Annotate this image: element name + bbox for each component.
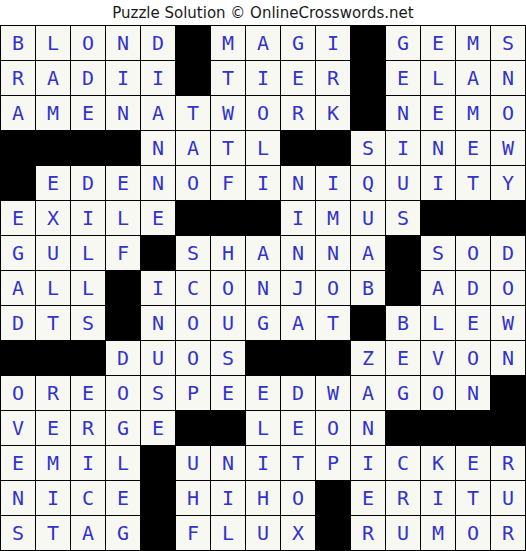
cell-r5c5: N — [141, 166, 175, 200]
cell-r9c14: E — [456, 306, 490, 340]
black-cell-r1c6 — [176, 26, 210, 60]
cell-r8c2: L — [36, 271, 70, 305]
cell-r1c7: M — [211, 26, 245, 60]
cell-r7c13: S — [421, 236, 455, 270]
black-cell-r7c5 — [141, 236, 175, 270]
cell-r10c12: E — [386, 341, 420, 375]
cell-r5c11: Q — [351, 166, 385, 200]
cell-r9c13: L — [421, 306, 455, 340]
cell-r6c10: M — [316, 201, 350, 235]
cell-r14c1: N — [1, 481, 35, 515]
cell-r5c2: E — [36, 166, 70, 200]
cell-r9c2: T — [36, 306, 70, 340]
cell-r13c4: L — [106, 446, 140, 480]
cell-r4c14: E — [456, 131, 490, 165]
cell-r8c11: B — [351, 271, 385, 305]
cell-r9c15: W — [491, 306, 525, 340]
black-cell-r12c7 — [211, 411, 245, 445]
cell-r2c8: I — [246, 61, 280, 95]
cell-r11c8: E — [246, 376, 280, 410]
cell-r11c10: W — [316, 376, 350, 410]
cell-r15c3: A — [71, 516, 105, 550]
cell-r5c10: I — [316, 166, 350, 200]
black-cell-r12c14 — [456, 411, 490, 445]
black-cell-r8c4 — [106, 271, 140, 305]
cell-r7c8: A — [246, 236, 280, 270]
cell-r10c4: D — [106, 341, 140, 375]
cell-r13c11: I — [351, 446, 385, 480]
cell-r13c8: I — [246, 446, 280, 480]
cell-r1c3: O — [71, 26, 105, 60]
cell-r13c9: T — [281, 446, 315, 480]
cell-r12c3: R — [71, 411, 105, 445]
cell-r10c14: O — [456, 341, 490, 375]
cell-r14c7: I — [211, 481, 245, 515]
black-cell-r4c2 — [36, 131, 70, 165]
cell-r4c11: S — [351, 131, 385, 165]
black-cell-r10c10 — [316, 341, 350, 375]
cell-r14c4: E — [106, 481, 140, 515]
cell-r13c13: K — [421, 446, 455, 480]
cell-r12c10: O — [316, 411, 350, 445]
cell-r8c10: O — [316, 271, 350, 305]
black-cell-r7c12 — [386, 236, 420, 270]
black-cell-r14c5 — [141, 481, 175, 515]
cell-r7c4: F — [106, 236, 140, 270]
cell-r11c2: R — [36, 376, 70, 410]
cell-r2c7: T — [211, 61, 245, 95]
cell-r3c13: E — [421, 96, 455, 130]
cell-r7c11: A — [351, 236, 385, 270]
black-cell-r9c11 — [351, 306, 385, 340]
black-cell-r4c9 — [281, 131, 315, 165]
cell-r10c11: Z — [351, 341, 385, 375]
cell-r7c2: U — [36, 236, 70, 270]
cell-r4c7: T — [211, 131, 245, 165]
cell-r10c6: O — [176, 341, 210, 375]
cell-r12c8: L — [246, 411, 280, 445]
cell-r11c13: O — [421, 376, 455, 410]
cell-r8c1: A — [1, 271, 35, 305]
cell-r5c3: D — [71, 166, 105, 200]
cell-r15c4: G — [106, 516, 140, 550]
black-cell-r2c6 — [176, 61, 210, 95]
black-cell-r10c3 — [71, 341, 105, 375]
cell-r6c2: X — [36, 201, 70, 235]
black-cell-r10c9 — [281, 341, 315, 375]
cell-r2c9: E — [281, 61, 315, 95]
cell-r5c13: I — [421, 166, 455, 200]
black-cell-r15c5 — [141, 516, 175, 550]
black-cell-r11c15 — [491, 376, 525, 410]
cell-r3c12: N — [386, 96, 420, 130]
cell-r2c13: L — [421, 61, 455, 95]
cell-r11c4: O — [106, 376, 140, 410]
cell-r1c12: G — [386, 26, 420, 60]
cell-r5c4: E — [106, 166, 140, 200]
cell-r7c6: S — [176, 236, 210, 270]
cell-r15c2: T — [36, 516, 70, 550]
cell-r12c2: E — [36, 411, 70, 445]
cell-r9c10: T — [316, 306, 350, 340]
black-cell-r12c13 — [421, 411, 455, 445]
cell-r14c13: I — [421, 481, 455, 515]
cell-r4c15: W — [491, 131, 525, 165]
cell-r11c5: S — [141, 376, 175, 410]
cell-r14c14: T — [456, 481, 490, 515]
cell-r1c1: B — [1, 26, 35, 60]
cell-r8c9: J — [281, 271, 315, 305]
cell-r9c1: D — [1, 306, 35, 340]
cell-r6c1: E — [1, 201, 35, 235]
black-cell-r12c12 — [386, 411, 420, 445]
cell-r3c6: T — [176, 96, 210, 130]
cell-r15c6: F — [176, 516, 210, 550]
cell-r2c5: I — [141, 61, 175, 95]
cell-r1c2: L — [36, 26, 70, 60]
cell-r1c10: I — [316, 26, 350, 60]
cell-r10c7: S — [211, 341, 245, 375]
black-cell-r6c6 — [176, 201, 210, 235]
cell-r4c13: N — [421, 131, 455, 165]
cell-r8c8: N — [246, 271, 280, 305]
cell-r9c8: G — [246, 306, 280, 340]
cell-r15c15: R — [491, 516, 525, 550]
cell-r2c14: A — [456, 61, 490, 95]
cell-r13c7: N — [211, 446, 245, 480]
cell-r9c7: U — [211, 306, 245, 340]
cell-r14c12: R — [386, 481, 420, 515]
cell-r4c6: A — [176, 131, 210, 165]
cell-r6c3: I — [71, 201, 105, 235]
cell-r14c8: H — [246, 481, 280, 515]
cell-r3c10: K — [316, 96, 350, 130]
crossword-grid: BLONDMAGIGEMSRADIITIERELANAMENATWORKNEMO… — [0, 25, 526, 551]
cell-r6c11: U — [351, 201, 385, 235]
cell-r6c5: E — [141, 201, 175, 235]
cell-r15c9: X — [281, 516, 315, 550]
cell-r14c9: O — [281, 481, 315, 515]
cell-r12c1: V — [1, 411, 35, 445]
black-cell-r1c11 — [351, 26, 385, 60]
cell-r12c5: E — [141, 411, 175, 445]
black-cell-r6c14 — [456, 201, 490, 235]
black-cell-r6c8 — [246, 201, 280, 235]
cell-r11c7: E — [211, 376, 245, 410]
cell-r9c5: N — [141, 306, 175, 340]
cell-r14c6: H — [176, 481, 210, 515]
cell-r1c8: A — [246, 26, 280, 60]
black-cell-r6c7 — [211, 201, 245, 235]
cell-r14c11: E — [351, 481, 385, 515]
black-cell-r4c10 — [316, 131, 350, 165]
cell-r14c2: I — [36, 481, 70, 515]
cell-r1c4: N — [106, 26, 140, 60]
cell-r10c5: U — [141, 341, 175, 375]
cell-r15c7: L — [211, 516, 245, 550]
black-cell-r6c15 — [491, 201, 525, 235]
black-cell-r10c2 — [36, 341, 70, 375]
black-cell-r4c1 — [1, 131, 35, 165]
cell-r11c3: E — [71, 376, 105, 410]
cell-r13c1: E — [1, 446, 35, 480]
cell-r15c12: U — [386, 516, 420, 550]
cell-r8c5: I — [141, 271, 175, 305]
cell-r12c11: N — [351, 411, 385, 445]
black-cell-r15c10 — [316, 516, 350, 550]
black-cell-r10c8 — [246, 341, 280, 375]
cell-r14c15: U — [491, 481, 525, 515]
black-cell-r12c6 — [176, 411, 210, 445]
cell-r11c6: P — [176, 376, 210, 410]
page-title: Puzzle Solution © OnlineCrosswords.net — [112, 4, 413, 22]
cell-r3c3: E — [71, 96, 105, 130]
cell-r10c13: V — [421, 341, 455, 375]
cell-r9c6: O — [176, 306, 210, 340]
cell-r11c12: G — [386, 376, 420, 410]
cell-r7c14: O — [456, 236, 490, 270]
cell-r13c15: R — [491, 446, 525, 480]
cell-r11c1: O — [1, 376, 35, 410]
cell-r2c10: R — [316, 61, 350, 95]
cell-r2c4: I — [106, 61, 140, 95]
cell-r13c10: P — [316, 446, 350, 480]
black-cell-r4c3 — [71, 131, 105, 165]
cell-r13c12: C — [386, 446, 420, 480]
cell-r15c14: O — [456, 516, 490, 550]
cell-r15c13: M — [421, 516, 455, 550]
cell-r7c10: N — [316, 236, 350, 270]
cell-r13c14: E — [456, 446, 490, 480]
black-cell-r9c4 — [106, 306, 140, 340]
cell-r11c14: N — [456, 376, 490, 410]
cell-r7c1: G — [1, 236, 35, 270]
cell-r5c9: N — [281, 166, 315, 200]
cell-r7c7: H — [211, 236, 245, 270]
cell-r8c13: A — [421, 271, 455, 305]
cell-r8c6: C — [176, 271, 210, 305]
title-bar: Puzzle Solution © OnlineCrosswords.net — [0, 0, 526, 25]
cell-r3c8: O — [246, 96, 280, 130]
cell-r15c11: R — [351, 516, 385, 550]
cell-r14c3: C — [71, 481, 105, 515]
cell-r1c15: S — [491, 26, 525, 60]
cell-r9c3: S — [71, 306, 105, 340]
cell-r2c3: D — [71, 61, 105, 95]
cell-r15c8: U — [246, 516, 280, 550]
black-cell-r10c1 — [1, 341, 35, 375]
cell-r11c9: D — [281, 376, 315, 410]
cell-r1c13: E — [421, 26, 455, 60]
black-cell-r4c4 — [106, 131, 140, 165]
cell-r5c7: F — [211, 166, 245, 200]
cell-r6c4: L — [106, 201, 140, 235]
cell-r5c14: T — [456, 166, 490, 200]
cell-r2c1: R — [1, 61, 35, 95]
cell-r8c15: O — [491, 271, 525, 305]
cell-r8c3: L — [71, 271, 105, 305]
cell-r1c14: M — [456, 26, 490, 60]
cell-r2c2: A — [36, 61, 70, 95]
cell-r5c6: O — [176, 166, 210, 200]
black-cell-r2c11 — [351, 61, 385, 95]
black-cell-r12c15 — [491, 411, 525, 445]
cell-r6c9: I — [281, 201, 315, 235]
cell-r7c15: D — [491, 236, 525, 270]
cell-r5c15: Y — [491, 166, 525, 200]
cell-r9c9: A — [281, 306, 315, 340]
cell-r3c2: M — [36, 96, 70, 130]
cell-r3c7: W — [211, 96, 245, 130]
cell-r2c15: N — [491, 61, 525, 95]
cell-r3c1: A — [1, 96, 35, 130]
cell-r4c8: L — [246, 131, 280, 165]
black-cell-r8c12 — [386, 271, 420, 305]
cell-r5c8: I — [246, 166, 280, 200]
black-cell-r14c10 — [316, 481, 350, 515]
cell-r8c7: O — [211, 271, 245, 305]
cell-r15c1: S — [1, 516, 35, 550]
cell-r13c3: I — [71, 446, 105, 480]
cell-r1c5: D — [141, 26, 175, 60]
cell-r6c12: S — [386, 201, 420, 235]
cell-r3c15: O — [491, 96, 525, 130]
black-cell-r5c1 — [1, 166, 35, 200]
cell-r11c11: A — [351, 376, 385, 410]
black-cell-r6c13 — [421, 201, 455, 235]
cell-r5c12: U — [386, 166, 420, 200]
cell-r12c9: E — [281, 411, 315, 445]
black-cell-r13c5 — [141, 446, 175, 480]
cell-r3c9: R — [281, 96, 315, 130]
cell-r13c2: M — [36, 446, 70, 480]
cell-r3c14: M — [456, 96, 490, 130]
cell-r9c12: B — [386, 306, 420, 340]
black-cell-r3c11 — [351, 96, 385, 130]
cell-r8c14: D — [456, 271, 490, 305]
cell-r7c9: N — [281, 236, 315, 270]
cell-r10c15: N — [491, 341, 525, 375]
cell-r7c3: L — [71, 236, 105, 270]
cell-r1c9: G — [281, 26, 315, 60]
cell-r4c5: N — [141, 131, 175, 165]
cell-r3c5: A — [141, 96, 175, 130]
cell-r12c4: G — [106, 411, 140, 445]
cell-r13c6: U — [176, 446, 210, 480]
cell-r3c4: N — [106, 96, 140, 130]
cell-r2c12: E — [386, 61, 420, 95]
cell-r4c12: I — [386, 131, 420, 165]
